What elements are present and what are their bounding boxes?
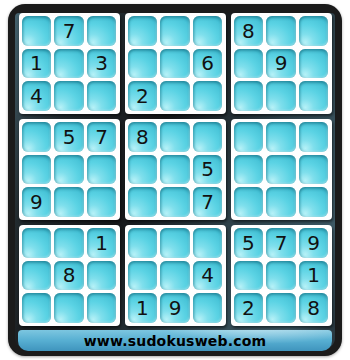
- sudoku-cell[interactable]: [266, 261, 296, 291]
- sudoku-cell[interactable]: 9: [22, 187, 52, 217]
- sudoku-cell[interactable]: 7: [54, 16, 84, 46]
- sudoku-cell[interactable]: [160, 122, 190, 152]
- sudoku-cell[interactable]: [234, 155, 264, 185]
- sudoku-cell[interactable]: 9: [160, 293, 190, 323]
- sudoku-box: 89: [231, 13, 332, 114]
- sudoku-cell[interactable]: [128, 187, 158, 217]
- sudoku-box: 857: [125, 119, 226, 220]
- sudoku-box: 7134: [19, 13, 120, 114]
- sudoku-cell[interactable]: 7: [266, 228, 296, 258]
- sudoku-cell[interactable]: [193, 122, 223, 152]
- board-background: 7134628957985718419579128 www.sudokusweb…: [15, 13, 335, 349]
- sudoku-cell[interactable]: 1: [22, 49, 52, 79]
- sudoku-cell[interactable]: 7: [193, 187, 223, 217]
- sudoku-cell[interactable]: [299, 16, 329, 46]
- sudoku-cell[interactable]: [299, 122, 329, 152]
- sudoku-cell[interactable]: [87, 187, 117, 217]
- sudoku-cell[interactable]: [87, 293, 117, 323]
- sudoku-cell[interactable]: 8: [234, 16, 264, 46]
- sudoku-cell[interactable]: [193, 293, 223, 323]
- sudoku-cell[interactable]: [128, 228, 158, 258]
- sudoku-cell[interactable]: [22, 293, 52, 323]
- sudoku-box: [231, 119, 332, 220]
- website-link[interactable]: www.sudokusweb.com: [84, 333, 267, 349]
- sudoku-cell[interactable]: [87, 155, 117, 185]
- sudoku-cell[interactable]: [266, 122, 296, 152]
- sudoku-cell[interactable]: [299, 49, 329, 79]
- sudoku-cell[interactable]: [299, 155, 329, 185]
- sudoku-cell[interactable]: 5: [54, 122, 84, 152]
- sudoku-cell[interactable]: [22, 122, 52, 152]
- sudoku-cell[interactable]: [160, 49, 190, 79]
- sudoku-cell[interactable]: [160, 228, 190, 258]
- sudoku-cell[interactable]: [266, 155, 296, 185]
- sudoku-cell[interactable]: 2: [234, 293, 264, 323]
- sudoku-cell[interactable]: 6: [193, 49, 223, 79]
- sudoku-cell[interactable]: [22, 16, 52, 46]
- sudoku-cell[interactable]: 5: [193, 155, 223, 185]
- sudoku-cell[interactable]: [160, 155, 190, 185]
- sudoku-cell[interactable]: 1: [299, 261, 329, 291]
- footer-bar: www.sudokusweb.com: [18, 330, 332, 351]
- sudoku-page: 7134628957985718419579128 www.sudokusweb…: [0, 0, 350, 360]
- sudoku-cell[interactable]: 3: [87, 49, 117, 79]
- sudoku-cell[interactable]: [87, 16, 117, 46]
- sudoku-cell[interactable]: 1: [128, 293, 158, 323]
- sudoku-cell[interactable]: [54, 228, 84, 258]
- sudoku-cell[interactable]: 5: [234, 228, 264, 258]
- sudoku-cell[interactable]: [266, 293, 296, 323]
- sudoku-cell[interactable]: [234, 122, 264, 152]
- sudoku-cell[interactable]: [87, 81, 117, 111]
- sudoku-cell[interactable]: [193, 81, 223, 111]
- sudoku-cell[interactable]: [266, 81, 296, 111]
- sudoku-cell[interactable]: [160, 81, 190, 111]
- sudoku-cell[interactable]: [193, 228, 223, 258]
- sudoku-box: 579: [19, 119, 120, 220]
- sudoku-cell[interactable]: [54, 49, 84, 79]
- sudoku-cell[interactable]: [128, 261, 158, 291]
- sudoku-cell[interactable]: 4: [193, 261, 223, 291]
- sudoku-board: 7134628957985718419579128: [18, 13, 332, 326]
- sudoku-cell[interactable]: 9: [266, 49, 296, 79]
- sudoku-cell[interactable]: [234, 81, 264, 111]
- sudoku-cell[interactable]: [22, 228, 52, 258]
- sudoku-cell[interactable]: 9: [299, 228, 329, 258]
- sudoku-box: 18: [19, 225, 120, 326]
- sudoku-cell[interactable]: [54, 155, 84, 185]
- sudoku-cell[interactable]: [160, 187, 190, 217]
- sudoku-cell[interactable]: [87, 261, 117, 291]
- sudoku-cell[interactable]: [266, 187, 296, 217]
- sudoku-cell[interactable]: [193, 16, 223, 46]
- sudoku-cell[interactable]: [160, 16, 190, 46]
- sudoku-box: 579128: [231, 225, 332, 326]
- sudoku-cell[interactable]: 1: [87, 228, 117, 258]
- board-frame: 7134628957985718419579128 www.sudokusweb…: [8, 4, 342, 356]
- sudoku-cell[interactable]: [299, 81, 329, 111]
- sudoku-cell[interactable]: 2: [128, 81, 158, 111]
- sudoku-cell[interactable]: [22, 261, 52, 291]
- sudoku-cell[interactable]: [160, 261, 190, 291]
- sudoku-cell[interactable]: [54, 187, 84, 217]
- sudoku-cell[interactable]: [128, 49, 158, 79]
- sudoku-cell[interactable]: [54, 81, 84, 111]
- sudoku-cell[interactable]: [234, 261, 264, 291]
- sudoku-cell[interactable]: [128, 16, 158, 46]
- sudoku-cell[interactable]: [234, 187, 264, 217]
- sudoku-box: 62: [125, 13, 226, 114]
- sudoku-cell[interactable]: 4: [22, 81, 52, 111]
- sudoku-cell[interactable]: [128, 155, 158, 185]
- sudoku-cell[interactable]: [22, 155, 52, 185]
- sudoku-cell[interactable]: [299, 187, 329, 217]
- sudoku-cell[interactable]: 8: [299, 293, 329, 323]
- sudoku-cell[interactable]: [234, 49, 264, 79]
- sudoku-cell[interactable]: [266, 16, 296, 46]
- sudoku-cell[interactable]: [54, 293, 84, 323]
- sudoku-cell[interactable]: 7: [87, 122, 117, 152]
- sudoku-box: 419: [125, 225, 226, 326]
- sudoku-cell[interactable]: 8: [54, 261, 84, 291]
- sudoku-cell[interactable]: 8: [128, 122, 158, 152]
